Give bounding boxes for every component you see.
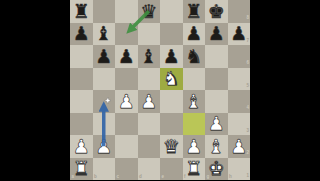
square-c6[interactable]: ♟ — [115, 45, 138, 68]
coord-rank-4: 4 — [246, 106, 249, 111]
square-f7[interactable]: ♟ — [183, 23, 206, 46]
piece-black-king[interactable]: ♚ — [205, 0, 228, 23]
piece-black-pawn[interactable]: ♟ — [183, 23, 206, 46]
square-g5[interactable] — [205, 68, 228, 91]
square-h7[interactable]: ♟7 — [228, 23, 251, 46]
piece-black-rook[interactable]: ♜ — [70, 0, 93, 23]
piece-black-queen[interactable]: ♛ — [138, 0, 161, 23]
chess-board: ♜♛♜♚8♟♝♟♟♟7♟♟♝♟♞6♞5♟♟♝4♟3♟♟♛♟♝♟2♜abcde♜f… — [70, 0, 250, 180]
square-b3[interactable] — [93, 113, 116, 136]
piece-white-pawn[interactable]: ♟ — [183, 135, 206, 158]
square-b2[interactable]: ♟ — [93, 135, 116, 158]
piece-black-pawn[interactable]: ♟ — [228, 23, 251, 46]
square-e6[interactable]: ♟ — [160, 45, 183, 68]
piece-black-knight[interactable]: ♞ — [183, 45, 206, 68]
square-f5[interactable] — [183, 68, 206, 91]
square-d4[interactable]: ♟ — [138, 90, 161, 113]
piece-white-pawn[interactable]: ♟ — [70, 135, 93, 158]
square-d5[interactable] — [138, 68, 161, 91]
piece-black-pawn[interactable]: ♟ — [160, 45, 183, 68]
piece-black-pawn[interactable]: ♟ — [70, 23, 93, 46]
piece-white-rook[interactable]: ♜ — [70, 158, 93, 181]
square-f8[interactable]: ♜ — [183, 0, 206, 23]
square-b7[interactable]: ♝ — [93, 23, 116, 46]
square-g7[interactable]: ♟ — [205, 23, 228, 46]
square-d7[interactable] — [138, 23, 161, 46]
square-e3[interactable] — [160, 113, 183, 136]
square-a5[interactable] — [70, 68, 93, 91]
piece-white-pawn[interactable]: ♟ — [228, 135, 251, 158]
piece-white-pawn[interactable]: ♟ — [138, 90, 161, 113]
piece-white-pawn[interactable]: ♟ — [205, 113, 228, 136]
square-a1[interactable]: ♜a — [70, 158, 93, 181]
square-a7[interactable]: ♟ — [70, 23, 93, 46]
coord-file-e: e — [162, 175, 165, 180]
piece-black-pawn[interactable]: ♟ — [205, 23, 228, 46]
square-b4[interactable] — [93, 90, 116, 113]
coord-rank-5: 5 — [246, 84, 249, 89]
piece-black-pawn[interactable]: ♟ — [115, 45, 138, 68]
piece-black-rook[interactable]: ♜ — [183, 0, 206, 23]
square-h1[interactable]: h1 — [228, 158, 251, 181]
video-frame: ♜♛♜♚8♟♝♟♟♟7♟♟♝♟♞6♞5♟♟♝4♟3♟♟♛♟♝♟2♜abcde♜f… — [0, 0, 320, 180]
square-e5[interactable]: ♞ — [160, 68, 183, 91]
piece-white-knight[interactable]: ♞ — [160, 68, 183, 91]
square-d2[interactable] — [138, 135, 161, 158]
square-c7[interactable] — [115, 23, 138, 46]
square-b5[interactable] — [93, 68, 116, 91]
square-e1[interactable]: e — [160, 158, 183, 181]
square-e7[interactable] — [160, 23, 183, 46]
coord-file-d: d — [139, 175, 142, 180]
square-h3[interactable]: 3 — [228, 113, 251, 136]
square-d1[interactable]: d — [138, 158, 161, 181]
square-c3[interactable] — [115, 113, 138, 136]
square-f6[interactable]: ♞ — [183, 45, 206, 68]
square-g8[interactable]: ♚ — [205, 0, 228, 23]
square-b6[interactable]: ♟ — [93, 45, 116, 68]
square-a3[interactable] — [70, 113, 93, 136]
piece-white-bishop[interactable]: ♝ — [205, 135, 228, 158]
square-c8[interactable] — [115, 0, 138, 23]
square-a4[interactable] — [70, 90, 93, 113]
square-c1[interactable]: c — [115, 158, 138, 181]
square-b8[interactable] — [93, 0, 116, 23]
coord-rank-6: 6 — [246, 61, 249, 66]
square-g4[interactable] — [205, 90, 228, 113]
square-g3[interactable]: ♟ — [205, 113, 228, 136]
square-f1[interactable]: ♜f — [183, 158, 206, 181]
piece-white-pawn[interactable]: ♟ — [93, 135, 116, 158]
square-g1[interactable]: ♚g — [205, 158, 228, 181]
piece-black-bishop[interactable]: ♝ — [93, 23, 116, 46]
square-c5[interactable] — [115, 68, 138, 91]
square-g6[interactable] — [205, 45, 228, 68]
coord-rank-3: 3 — [246, 129, 249, 134]
square-h2[interactable]: ♟2 — [228, 135, 251, 158]
square-e4[interactable] — [160, 90, 183, 113]
square-a6[interactable] — [70, 45, 93, 68]
square-c2[interactable] — [115, 135, 138, 158]
coord-file-c: c — [117, 175, 120, 180]
coord-file-h: h — [229, 175, 232, 180]
piece-white-queen[interactable]: ♛ — [160, 135, 183, 158]
coord-rank-1: 1 — [246, 174, 249, 179]
piece-black-pawn[interactable]: ♟ — [93, 45, 116, 68]
square-h8[interactable]: 8 — [228, 0, 251, 23]
square-d8[interactable]: ♛ — [138, 0, 161, 23]
piece-white-pawn[interactable]: ♟ — [115, 90, 138, 113]
square-e2[interactable]: ♛ — [160, 135, 183, 158]
square-a2[interactable]: ♟ — [70, 135, 93, 158]
square-a8[interactable]: ♜ — [70, 0, 93, 23]
square-d3[interactable] — [138, 113, 161, 136]
piece-black-bishop[interactable]: ♝ — [138, 45, 161, 68]
square-f2[interactable]: ♟ — [183, 135, 206, 158]
piece-white-rook[interactable]: ♜ — [183, 158, 206, 181]
square-b1[interactable]: b — [93, 158, 116, 181]
piece-white-bishop[interactable]: ♝ — [183, 90, 206, 113]
square-h4[interactable]: 4 — [228, 90, 251, 113]
square-g2[interactable]: ♝ — [205, 135, 228, 158]
square-c4[interactable]: ♟ — [115, 90, 138, 113]
square-h6[interactable]: 6 — [228, 45, 251, 68]
square-f4[interactable]: ♝ — [183, 90, 206, 113]
square-e8[interactable] — [160, 0, 183, 23]
coord-rank-8: 8 — [246, 16, 249, 21]
square-h5[interactable]: 5 — [228, 68, 251, 91]
square-f3[interactable] — [183, 113, 206, 136]
piece-white-king[interactable]: ♚ — [205, 158, 228, 181]
square-d6[interactable]: ♝ — [138, 45, 161, 68]
coord-file-b: b — [94, 175, 97, 180]
